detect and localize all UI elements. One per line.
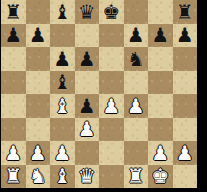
square-g5[interactable] — [148, 71, 173, 95]
square-f1[interactable]: ♜ — [124, 165, 149, 189]
square-d4[interactable]: ♟ — [75, 94, 100, 118]
square-h4[interactable] — [173, 94, 198, 118]
square-h3[interactable] — [173, 118, 198, 142]
piece-black-bishop[interactable]: ♝ — [50, 71, 75, 95]
square-a2[interactable]: ♟ — [1, 141, 26, 165]
square-a5[interactable] — [1, 71, 26, 95]
piece-black-pawn[interactable]: ♟ — [50, 47, 75, 71]
piece-black-bishop[interactable]: ♝ — [50, 0, 75, 24]
square-c6[interactable]: ♟ — [50, 47, 75, 71]
piece-white-queen[interactable]: ♛ — [75, 165, 100, 189]
square-h8[interactable]: ♜ — [173, 0, 198, 24]
square-g4[interactable] — [148, 94, 173, 118]
square-c7[interactable] — [50, 24, 75, 48]
square-h2[interactable]: ♟ — [173, 141, 198, 165]
square-a7[interactable]: ♟ — [1, 24, 26, 48]
piece-white-pawn[interactable]: ♟ — [75, 118, 100, 142]
square-f5[interactable] — [124, 71, 149, 95]
square-c2[interactable]: ♟ — [50, 141, 75, 165]
square-e2[interactable] — [99, 141, 124, 165]
piece-white-pawn[interactable]: ♟ — [50, 141, 75, 165]
square-d2[interactable] — [75, 141, 100, 165]
piece-black-pawn[interactable]: ♟ — [1, 24, 26, 48]
square-f6[interactable]: ♞ — [124, 47, 149, 71]
piece-black-knight[interactable]: ♞ — [124, 47, 149, 71]
square-d1[interactable]: ♛ — [75, 165, 100, 189]
square-b3[interactable] — [26, 118, 51, 142]
square-f2[interactable] — [124, 141, 149, 165]
piece-white-pawn[interactable]: ♟ — [26, 141, 51, 165]
piece-white-rook[interactable]: ♜ — [1, 165, 26, 189]
square-b1[interactable]: ♞ — [26, 165, 51, 189]
square-e8[interactable]: ♚ — [99, 0, 124, 24]
square-e6[interactable] — [99, 47, 124, 71]
square-e7[interactable] — [99, 24, 124, 48]
square-g6[interactable] — [148, 47, 173, 71]
square-b7[interactable]: ♟ — [26, 24, 51, 48]
board-frame: ♜♝♛♚♜♟♟♟♟♟♟♟♞♝♝♟♟♟♟♟♟♟♟♟♜♞♝♛♜♚ — [0, 0, 207, 192]
square-c8[interactable]: ♝ — [50, 0, 75, 24]
square-d3[interactable]: ♟ — [75, 118, 100, 142]
piece-white-pawn[interactable]: ♟ — [99, 94, 124, 118]
square-c4[interactable]: ♝ — [50, 94, 75, 118]
square-b2[interactable]: ♟ — [26, 141, 51, 165]
piece-white-pawn[interactable]: ♟ — [148, 141, 173, 165]
piece-black-pawn[interactable]: ♟ — [75, 94, 100, 118]
square-e4[interactable]: ♟ — [99, 94, 124, 118]
piece-white-knight[interactable]: ♞ — [26, 165, 51, 189]
piece-black-pawn[interactable]: ♟ — [75, 47, 100, 71]
piece-white-pawn[interactable]: ♟ — [1, 141, 26, 165]
square-f8[interactable] — [124, 0, 149, 24]
piece-black-pawn[interactable]: ♟ — [124, 24, 149, 48]
square-d5[interactable] — [75, 71, 100, 95]
square-h1[interactable] — [173, 165, 198, 189]
square-c1[interactable]: ♝ — [50, 165, 75, 189]
square-f3[interactable] — [124, 118, 149, 142]
chess-board: ♜♝♛♚♜♟♟♟♟♟♟♟♞♝♝♟♟♟♟♟♟♟♟♟♜♞♝♛♜♚ — [1, 0, 197, 188]
square-f4[interactable]: ♟ — [124, 94, 149, 118]
square-b8[interactable] — [26, 0, 51, 24]
square-h5[interactable] — [173, 71, 198, 95]
piece-black-queen[interactable]: ♛ — [75, 0, 100, 24]
piece-white-bishop[interactable]: ♝ — [50, 165, 75, 189]
square-a6[interactable] — [1, 47, 26, 71]
piece-white-king[interactable]: ♚ — [148, 165, 173, 189]
square-a1[interactable]: ♜ — [1, 165, 26, 189]
square-a3[interactable] — [1, 118, 26, 142]
square-d8[interactable]: ♛ — [75, 0, 100, 24]
square-e1[interactable] — [99, 165, 124, 189]
piece-black-pawn[interactable]: ♟ — [148, 24, 173, 48]
square-b4[interactable] — [26, 94, 51, 118]
square-b5[interactable] — [26, 71, 51, 95]
square-g3[interactable] — [148, 118, 173, 142]
square-g8[interactable] — [148, 0, 173, 24]
piece-black-rook[interactable]: ♜ — [1, 0, 26, 24]
square-h6[interactable] — [173, 47, 198, 71]
square-h7[interactable]: ♟ — [173, 24, 198, 48]
square-c5[interactable]: ♝ — [50, 71, 75, 95]
piece-white-rook[interactable]: ♜ — [124, 165, 149, 189]
square-c3[interactable] — [50, 118, 75, 142]
square-e5[interactable] — [99, 71, 124, 95]
square-a4[interactable] — [1, 94, 26, 118]
piece-black-king[interactable]: ♚ — [99, 0, 124, 24]
square-g2[interactable]: ♟ — [148, 141, 173, 165]
piece-black-pawn[interactable]: ♟ — [173, 24, 198, 48]
square-d7[interactable] — [75, 24, 100, 48]
piece-black-rook[interactable]: ♜ — [173, 0, 198, 24]
square-a8[interactable]: ♜ — [1, 0, 26, 24]
square-g1[interactable]: ♚ — [148, 165, 173, 189]
piece-white-pawn[interactable]: ♟ — [124, 94, 149, 118]
square-f7[interactable]: ♟ — [124, 24, 149, 48]
square-g7[interactable]: ♟ — [148, 24, 173, 48]
square-b6[interactable] — [26, 47, 51, 71]
piece-black-pawn[interactable]: ♟ — [26, 24, 51, 48]
piece-white-pawn[interactable]: ♟ — [173, 141, 198, 165]
square-e3[interactable] — [99, 118, 124, 142]
square-d6[interactable]: ♟ — [75, 47, 100, 71]
piece-white-bishop[interactable]: ♝ — [50, 94, 75, 118]
